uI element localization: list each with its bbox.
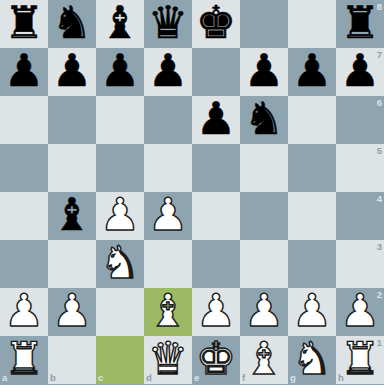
- file-label-g: g: [290, 373, 296, 383]
- rank-label-8: 8: [377, 2, 382, 12]
- square-h4[interactable]: 4: [336, 192, 384, 240]
- square-f1[interactable]: ♝f: [240, 336, 288, 384]
- rank-label-6: 6: [377, 98, 382, 108]
- square-d2[interactable]: ♝: [144, 288, 192, 336]
- black-bishop[interactable]: ♝: [100, 0, 140, 47]
- square-h8[interactable]: ♜8: [336, 0, 384, 48]
- white-pawn[interactable]: ♟: [148, 191, 188, 239]
- white-rook[interactable]: ♜: [340, 335, 380, 383]
- black-queen[interactable]: ♛: [148, 0, 188, 47]
- black-pawn[interactable]: ♟: [292, 47, 332, 95]
- rank-label-3: 3: [377, 242, 382, 252]
- square-c5[interactable]: [96, 144, 144, 192]
- square-b4[interactable]: ♝: [48, 192, 96, 240]
- square-h6[interactable]: 6: [336, 96, 384, 144]
- square-c3[interactable]: ♞: [96, 240, 144, 288]
- square-d6[interactable]: [144, 96, 192, 144]
- white-king[interactable]: ♚: [196, 335, 236, 383]
- black-pawn[interactable]: ♟: [100, 47, 140, 95]
- rank-label-4: 4: [377, 194, 382, 204]
- square-e4[interactable]: [192, 192, 240, 240]
- white-pawn[interactable]: ♟: [4, 287, 44, 335]
- white-pawn[interactable]: ♟: [100, 191, 140, 239]
- square-b2[interactable]: ♟: [48, 288, 96, 336]
- square-c8[interactable]: ♝: [96, 0, 144, 48]
- white-pawn[interactable]: ♟: [52, 287, 92, 335]
- black-knight[interactable]: ♞: [244, 95, 284, 143]
- square-h5[interactable]: 5: [336, 144, 384, 192]
- square-d8[interactable]: ♛: [144, 0, 192, 48]
- square-d7[interactable]: ♟: [144, 48, 192, 96]
- black-king[interactable]: ♚: [196, 0, 236, 47]
- file-label-h: h: [338, 373, 344, 383]
- file-label-d: d: [146, 373, 152, 383]
- square-d3[interactable]: [144, 240, 192, 288]
- square-a3[interactable]: [0, 240, 48, 288]
- rank-label-7: 7: [377, 50, 382, 60]
- square-d5[interactable]: [144, 144, 192, 192]
- square-g1[interactable]: ♞g: [288, 336, 336, 384]
- square-h3[interactable]: 3: [336, 240, 384, 288]
- square-b1[interactable]: b: [48, 336, 96, 384]
- square-c6[interactable]: [96, 96, 144, 144]
- white-queen[interactable]: ♛: [148, 335, 188, 383]
- black-pawn[interactable]: ♟: [340, 47, 380, 95]
- chess-board: ♜♞♝♛♚♜8♟♟♟♟♟♟♟7♟♞65♝♟♟4♞3♟♟♝♟♟♟♟2♜abc♛d♚…: [0, 0, 384, 384]
- black-pawn[interactable]: ♟: [148, 47, 188, 95]
- square-d4[interactable]: ♟: [144, 192, 192, 240]
- white-knight[interactable]: ♞: [100, 239, 140, 287]
- rank-label-5: 5: [377, 146, 382, 156]
- black-rook[interactable]: ♜: [340, 0, 380, 47]
- square-f6[interactable]: ♞: [240, 96, 288, 144]
- square-c4[interactable]: ♟: [96, 192, 144, 240]
- square-g4[interactable]: [288, 192, 336, 240]
- square-a8[interactable]: ♜: [0, 0, 48, 48]
- black-pawn[interactable]: ♟: [4, 47, 44, 95]
- square-h2[interactable]: ♟2: [336, 288, 384, 336]
- white-rook[interactable]: ♜: [4, 335, 44, 383]
- white-pawn[interactable]: ♟: [292, 287, 332, 335]
- square-g6[interactable]: [288, 96, 336, 144]
- square-a6[interactable]: [0, 96, 48, 144]
- square-h1[interactable]: ♜1h: [336, 336, 384, 384]
- square-g7[interactable]: ♟: [288, 48, 336, 96]
- white-pawn[interactable]: ♟: [196, 287, 236, 335]
- black-knight[interactable]: ♞: [52, 0, 92, 47]
- square-e3[interactable]: [192, 240, 240, 288]
- square-b5[interactable]: [48, 144, 96, 192]
- square-b7[interactable]: ♟: [48, 48, 96, 96]
- black-bishop[interactable]: ♝: [52, 191, 92, 239]
- square-g8[interactable]: [288, 0, 336, 48]
- square-c1[interactable]: c: [96, 336, 144, 384]
- white-pawn[interactable]: ♟: [244, 287, 284, 335]
- square-h7[interactable]: ♟7: [336, 48, 384, 96]
- square-e2[interactable]: ♟: [192, 288, 240, 336]
- square-f7[interactable]: ♟: [240, 48, 288, 96]
- square-e7[interactable]: [192, 48, 240, 96]
- black-pawn[interactable]: ♟: [244, 47, 284, 95]
- square-f5[interactable]: [240, 144, 288, 192]
- white-bishop[interactable]: ♝: [148, 287, 188, 335]
- square-g3[interactable]: [288, 240, 336, 288]
- square-a2[interactable]: ♟: [0, 288, 48, 336]
- black-rook[interactable]: ♜: [4, 0, 44, 47]
- black-pawn[interactable]: ♟: [196, 95, 236, 143]
- square-a1[interactable]: ♜a: [0, 336, 48, 384]
- square-a7[interactable]: ♟: [0, 48, 48, 96]
- black-pawn[interactable]: ♟: [52, 47, 92, 95]
- file-label-c: c: [98, 373, 103, 383]
- square-c2[interactable]: [96, 288, 144, 336]
- square-e8[interactable]: ♚: [192, 0, 240, 48]
- square-f8[interactable]: [240, 0, 288, 48]
- square-f3[interactable]: [240, 240, 288, 288]
- square-d1[interactable]: ♛d: [144, 336, 192, 384]
- square-g2[interactable]: ♟: [288, 288, 336, 336]
- square-b6[interactable]: [48, 96, 96, 144]
- square-b3[interactable]: [48, 240, 96, 288]
- square-a4[interactable]: [0, 192, 48, 240]
- file-label-e: e: [194, 373, 199, 383]
- square-e1[interactable]: ♚e: [192, 336, 240, 384]
- file-label-f: f: [242, 373, 245, 383]
- square-e5[interactable]: [192, 144, 240, 192]
- file-label-b: b: [50, 373, 56, 383]
- rank-label-1: 1: [377, 338, 382, 348]
- square-g5[interactable]: [288, 144, 336, 192]
- file-label-a: a: [2, 373, 7, 383]
- square-c7[interactable]: ♟: [96, 48, 144, 96]
- white-knight[interactable]: ♞: [292, 335, 332, 383]
- square-a5[interactable]: [0, 144, 48, 192]
- white-bishop[interactable]: ♝: [244, 335, 284, 383]
- square-b8[interactable]: ♞: [48, 0, 96, 48]
- rank-label-2: 2: [377, 290, 382, 300]
- white-pawn[interactable]: ♟: [340, 287, 380, 335]
- square-f4[interactable]: [240, 192, 288, 240]
- square-e6[interactable]: ♟: [192, 96, 240, 144]
- square-f2[interactable]: ♟: [240, 288, 288, 336]
